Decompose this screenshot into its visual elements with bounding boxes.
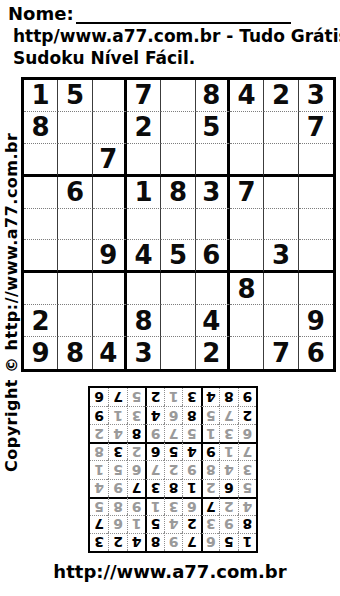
solution-cell-r2c1: 8 [238, 515, 256, 533]
puzzle-cell-r5c6[interactable] [196, 209, 230, 241]
puzzle-cell-r9c6[interactable]: 2 [196, 337, 230, 369]
puzzle-cell-r9c1[interactable]: 9 [24, 337, 58, 369]
solution-cell-r6c6: 6 [145, 442, 163, 460]
solution-cell-r2c4: 2 [182, 515, 200, 533]
puzzle-cell-r7c5[interactable] [161, 273, 195, 305]
puzzle-cell-r3c1[interactable] [24, 144, 58, 177]
puzzle-cell-r4c9[interactable] [299, 177, 333, 209]
puzzle-cell-r6c3[interactable]: 9 [93, 240, 127, 273]
solution-cell-r5c1: 3 [238, 460, 256, 478]
solution-cell-r6c8: 3 [108, 442, 126, 460]
solution-cell-r6c1: 7 [238, 442, 256, 460]
puzzle-cell-r6c8[interactable]: 3 [264, 240, 298, 273]
solution-cell-r8c4: 8 [182, 406, 200, 424]
solution-cell-r8c3: 5 [201, 406, 219, 424]
puzzle-cell-r9c5[interactable] [161, 337, 195, 369]
puzzle-cell-r2c4[interactable]: 2 [127, 112, 161, 144]
copyright-vertical-text: Copyright © http://www.a77.com.br [2, 80, 21, 472]
solution-cell-r4c3: 2 [201, 479, 219, 497]
solution-cell-r8c6: 4 [145, 406, 163, 424]
solution-cell-r9c9: 6 [90, 388, 108, 406]
puzzle-cell-r7c9[interactable] [299, 273, 333, 305]
solution-cell-r3c1: 4 [238, 497, 256, 515]
puzzle-cell-r8c2[interactable] [58, 305, 92, 337]
solution-cell-r9c6: 2 [145, 388, 163, 406]
puzzle-cell-r1c1[interactable]: 1 [24, 80, 58, 112]
puzzle-cell-r4c7[interactable]: 7 [230, 177, 264, 209]
solution-cell-r8c7: 3 [127, 406, 145, 424]
sudoku-solution-grid-rotated: 1567984238932451674276319855621837943489… [88, 386, 258, 553]
puzzle-cell-r8c7[interactable] [230, 305, 264, 337]
puzzle-cell-r1c3[interactable] [93, 80, 127, 112]
puzzle-cell-r6c5[interactable]: 5 [161, 240, 195, 273]
solution-cell-r5c3: 8 [201, 460, 219, 478]
puzzle-cell-r3c4[interactable] [127, 144, 161, 177]
puzzle-cell-r1c2[interactable]: 5 [58, 80, 92, 112]
puzzle-cell-r5c7[interactable] [230, 209, 264, 241]
puzzle-cell-r1c7[interactable]: 4 [230, 80, 264, 112]
puzzle-cell-r8c8[interactable] [264, 305, 298, 337]
solution-cell-r3c9: 5 [90, 497, 108, 515]
puzzle-cell-r8c9[interactable]: 9 [299, 305, 333, 337]
puzzle-cell-r4c8[interactable] [264, 177, 298, 209]
solution-cell-r5c4: 9 [182, 460, 200, 478]
solution-cell-r3c3: 7 [201, 497, 219, 515]
solution-cell-r4c2: 6 [219, 479, 237, 497]
puzzle-cell-r1c4[interactable]: 7 [127, 80, 161, 112]
solution-cell-r2c8: 6 [108, 515, 126, 533]
solution-cell-r1c9: 3 [90, 533, 108, 551]
puzzle-cell-r2c3[interactable] [93, 112, 127, 144]
solution-cell-r4c1: 5 [238, 479, 256, 497]
puzzle-cell-r9c2[interactable]: 8 [58, 337, 92, 369]
puzzle-cell-r4c2[interactable]: 6 [58, 177, 92, 209]
puzzle-cell-r4c6[interactable]: 3 [196, 177, 230, 209]
solution-cell-r6c5: 5 [164, 442, 182, 460]
solution-cell-r7c8: 4 [108, 424, 126, 442]
puzzle-cell-r7c2[interactable] [58, 273, 92, 305]
solution-cell-r4c4: 1 [182, 479, 200, 497]
puzzle-cell-r5c9[interactable] [299, 209, 333, 241]
solution-cell-r4c8: 9 [108, 479, 126, 497]
puzzle-cell-r3c7[interactable] [230, 144, 264, 177]
solution-cell-r6c9: 8 [90, 442, 108, 460]
solution-cell-r7c3: 1 [201, 424, 219, 442]
solution-cell-r2c3: 3 [201, 515, 219, 533]
solution-cell-r2c5: 4 [164, 515, 182, 533]
solution-cell-r6c4: 4 [182, 442, 200, 460]
solution-cell-r7c6: 9 [145, 424, 163, 442]
solution-cell-r6c7: 2 [127, 442, 145, 460]
puzzle-cell-r6c6[interactable]: 6 [196, 240, 230, 273]
solution-cell-r9c8: 7 [108, 388, 126, 406]
solution-cell-r5c5: 2 [164, 460, 182, 478]
solution-cell-r2c2: 9 [219, 515, 237, 533]
solution-cell-r8c8: 1 [108, 406, 126, 424]
puzzle-cell-r3c3[interactable]: 7 [93, 144, 127, 177]
puzzle-cell-r6c1[interactable] [24, 240, 58, 273]
solution-cell-r7c4: 5 [182, 424, 200, 442]
sudoku-puzzle-grid: 1578423825776183794563828499843276 [21, 77, 336, 372]
puzzle-cell-r5c4[interactable] [127, 209, 161, 241]
puzzle-cell-r1c6[interactable]: 8 [196, 80, 230, 112]
solution-cell-r8c9: 9 [90, 406, 108, 424]
solution-cell-r9c4: 3 [182, 388, 200, 406]
solution-cell-r1c7: 4 [127, 533, 145, 551]
solution-cell-r5c7: 6 [127, 460, 145, 478]
solution-cell-r5c6: 7 [145, 460, 163, 478]
puzzle-cell-r2c7[interactable] [230, 112, 264, 144]
puzzle-cell-r8c1[interactable]: 2 [24, 305, 58, 337]
solution-cell-r2c6: 5 [145, 515, 163, 533]
name-row: Nome: [8, 2, 291, 24]
puzzle-cell-r5c2[interactable] [58, 209, 92, 241]
solution-cell-r8c1: 2 [238, 406, 256, 424]
solution-cell-r2c9: 7 [90, 515, 108, 533]
puzzle-cell-r4c5[interactable]: 8 [161, 177, 195, 209]
puzzle-cell-r5c3[interactable] [93, 209, 127, 241]
puzzle-cell-r7c3[interactable] [93, 273, 127, 305]
puzzle-cell-r7c1[interactable] [24, 273, 58, 305]
puzzle-cell-r9c7[interactable] [230, 337, 264, 369]
name-fill-line [76, 2, 291, 24]
solution-cell-r3c7: 9 [127, 497, 145, 515]
puzzle-cell-r9c4[interactable]: 3 [127, 337, 161, 369]
puzzle-cell-r8c3[interactable] [93, 305, 127, 337]
solution-cell-r7c1: 6 [238, 424, 256, 442]
solution-cell-r9c1: 9 [238, 388, 256, 406]
puzzle-cell-r7c6[interactable] [196, 273, 230, 305]
puzzle-cell-r7c7[interactable]: 8 [230, 273, 264, 305]
solution-cell-r1c8: 2 [108, 533, 126, 551]
puzzle-cell-r4c3[interactable] [93, 177, 127, 209]
puzzle-cell-r6c7[interactable] [230, 240, 264, 273]
puzzle-cell-r7c4[interactable] [127, 273, 161, 305]
solution-cell-r1c1: 1 [238, 533, 256, 551]
solution-cell-r1c5: 9 [164, 533, 182, 551]
solution-cell-r3c2: 2 [219, 497, 237, 515]
solution-cell-r5c2: 4 [219, 460, 237, 478]
puzzle-cell-r8c4[interactable]: 8 [127, 305, 161, 337]
solution-cell-r6c3: 9 [201, 442, 219, 460]
solution-cell-r4c5: 8 [164, 479, 182, 497]
puzzle-cell-r2c9[interactable]: 7 [299, 112, 333, 144]
solution-cell-r4c6: 3 [145, 479, 163, 497]
solution-cell-r7c5: 7 [164, 424, 182, 442]
puzzle-cell-r9c8[interactable]: 7 [264, 337, 298, 369]
puzzle-cell-r7c8[interactable] [264, 273, 298, 305]
site-tagline: http/www.a77.com.br - Tudo Grátis. [13, 26, 340, 46]
puzzle-cell-r2c8[interactable] [264, 112, 298, 144]
puzzle-cell-r6c4[interactable]: 4 [127, 240, 161, 273]
solution-cell-r4c7: 7 [127, 479, 145, 497]
solution-cell-r3c5: 3 [164, 497, 182, 515]
puzzle-cell-r6c9[interactable] [299, 240, 333, 273]
puzzle-cell-r5c8[interactable] [264, 209, 298, 241]
solution-cell-r9c5: 1 [164, 388, 182, 406]
solution-cell-r4c9: 4 [90, 479, 108, 497]
puzzle-cell-r3c6[interactable] [196, 144, 230, 177]
puzzle-cell-r3c5[interactable] [161, 144, 195, 177]
puzzle-cell-r3c8[interactable] [264, 144, 298, 177]
solution-cell-r2c7: 1 [127, 515, 145, 533]
puzzle-cell-r8c5[interactable] [161, 305, 195, 337]
puzzle-cell-r3c9[interactable] [299, 144, 333, 177]
solution-cell-r9c2: 8 [219, 388, 237, 406]
puzzle-cell-r2c5[interactable] [161, 112, 195, 144]
solution-cell-r8c5: 6 [164, 406, 182, 424]
solution-cell-r7c7: 8 [127, 424, 145, 442]
solution-cell-r5c8: 5 [108, 460, 126, 478]
puzzle-cell-r2c1[interactable]: 8 [24, 112, 58, 144]
puzzle-cell-r5c5[interactable] [161, 209, 195, 241]
puzzle-cell-r4c1[interactable] [24, 177, 58, 209]
solution-cell-r1c4: 7 [182, 533, 200, 551]
puzzle-level-title: Sudoku Nível Fácil. [13, 48, 195, 68]
puzzle-cell-r9c3[interactable]: 4 [93, 337, 127, 369]
solution-cell-r5c9: 1 [90, 460, 108, 478]
puzzle-cell-r8c6[interactable]: 4 [196, 305, 230, 337]
puzzle-cell-r9c9[interactable]: 6 [299, 337, 333, 369]
puzzle-cell-r1c5[interactable] [161, 80, 195, 112]
puzzle-cell-r1c9[interactable]: 3 [299, 80, 333, 112]
solution-cell-r3c6: 1 [145, 497, 163, 515]
footer-url: http://www.a77.com.br [0, 561, 340, 582]
puzzle-cell-r2c2[interactable] [58, 112, 92, 144]
puzzle-cell-r5c1[interactable] [24, 209, 58, 241]
solution-cell-r9c3: 4 [201, 388, 219, 406]
puzzle-cell-r1c8[interactable]: 2 [264, 80, 298, 112]
solution-cell-r7c2: 3 [219, 424, 237, 442]
solution-cell-r3c4: 6 [182, 497, 200, 515]
name-label: Nome: [8, 3, 74, 24]
puzzle-cell-r3c2[interactable] [58, 144, 92, 177]
solution-cell-r6c2: 1 [219, 442, 237, 460]
solution-cell-r7c9: 2 [90, 424, 108, 442]
solution-cell-r1c6: 8 [145, 533, 163, 551]
solution-cell-r8c2: 7 [219, 406, 237, 424]
puzzle-cell-r2c6[interactable]: 5 [196, 112, 230, 144]
puzzle-cell-r4c4[interactable]: 1 [127, 177, 161, 209]
solution-cell-r3c8: 8 [108, 497, 126, 515]
solution-cell-r1c2: 5 [219, 533, 237, 551]
solution-cell-r9c7: 5 [127, 388, 145, 406]
solution-cell-r1c3: 6 [201, 533, 219, 551]
puzzle-cell-r6c2[interactable] [58, 240, 92, 273]
